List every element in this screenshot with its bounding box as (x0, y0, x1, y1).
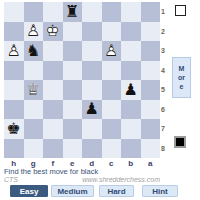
white-king-glyph: ♔ (43, 22, 63, 42)
black-pawn: ♟ (82, 100, 102, 120)
square-b4[interactable] (121, 61, 141, 81)
black-rook: ♜ (63, 2, 83, 22)
meta-row: CTS www.shredderchess.com (4, 176, 160, 183)
black-side-indicator (174, 136, 186, 148)
square-d6[interactable]: ♟ (82, 100, 102, 120)
square-h4[interactable] (4, 61, 24, 81)
more-button[interactable]: More (172, 57, 191, 98)
square-c7[interactable] (102, 119, 122, 139)
white-pawn: ♟♙ (24, 22, 44, 42)
square-g3[interactable]: ♞ (24, 41, 44, 61)
square-d5[interactable] (82, 80, 102, 100)
easy-button[interactable]: Easy (10, 185, 48, 197)
medium-button[interactable]: Medium (51, 185, 94, 197)
square-e1[interactable]: ♜ (63, 2, 83, 22)
hint-button-label: Hint (152, 187, 168, 196)
square-g6[interactable] (24, 100, 44, 120)
square-b1[interactable] (121, 2, 141, 22)
black-pawn-glyph: ♟ (82, 100, 102, 120)
rank-label-8: 8 (158, 139, 168, 159)
white-queen: ♛♕ (24, 80, 44, 100)
white-side-indicator (175, 5, 186, 16)
square-e4[interactable] (63, 61, 83, 81)
black-pawn: ♟ (121, 80, 141, 100)
square-g5[interactable]: ♛♕ (24, 80, 44, 100)
rank-label-7: 7 (158, 119, 168, 139)
square-f3[interactable] (43, 41, 63, 61)
square-e2[interactable] (63, 22, 83, 42)
rank-label-5: 5 (158, 80, 168, 100)
black-rook-glyph: ♜ (63, 2, 83, 22)
square-g7[interactable] (24, 119, 44, 139)
hint-button[interactable]: Hint (142, 185, 178, 197)
black-king-glyph: ♚ (4, 119, 24, 139)
white-pawn-glyph: ♙ (24, 22, 44, 42)
square-d2[interactable] (82, 22, 102, 42)
square-c6[interactable] (102, 100, 122, 120)
square-b7[interactable] (121, 119, 141, 139)
square-h7[interactable]: ♚ (4, 119, 24, 139)
square-c8[interactable] (102, 139, 122, 159)
rank-labels: 12345678 (158, 2, 168, 158)
square-d4[interactable] (82, 61, 102, 81)
square-g8[interactable] (24, 139, 44, 159)
chess-board: ♜♟♙♚♔♟♙♞♟♙♛♕♟♟♚ (4, 2, 160, 158)
square-e6[interactable] (63, 100, 83, 120)
square-e7[interactable] (63, 119, 83, 139)
square-d1[interactable] (82, 2, 102, 22)
black-pawn-glyph: ♟ (121, 80, 141, 100)
square-f2[interactable]: ♚♔ (43, 22, 63, 42)
square-h6[interactable] (4, 100, 24, 120)
white-pawn: ♟♙ (4, 41, 24, 61)
square-g2[interactable]: ♟♙ (24, 22, 44, 42)
black-knight: ♞ (24, 41, 44, 61)
square-b6[interactable] (121, 100, 141, 120)
square-d7[interactable] (82, 119, 102, 139)
square-c2[interactable] (102, 22, 122, 42)
square-h8[interactable] (4, 139, 24, 159)
more-button-label: More (178, 64, 186, 91)
easy-button-label: Easy (20, 187, 39, 196)
hard-button-label: Hard (107, 187, 125, 196)
square-e5[interactable] (63, 80, 83, 100)
square-c1[interactable] (102, 2, 122, 22)
square-b2[interactable] (121, 22, 141, 42)
square-e3[interactable] (63, 41, 83, 61)
white-king: ♚♔ (43, 22, 63, 42)
square-g1[interactable] (24, 2, 44, 22)
rank-label-2: 2 (158, 22, 168, 42)
square-h5[interactable] (4, 80, 24, 100)
square-c5[interactable] (102, 80, 122, 100)
white-queen-glyph: ♕ (24, 80, 44, 100)
source-label: CTS (4, 176, 18, 183)
black-knight-glyph: ♞ (24, 41, 44, 61)
square-d8[interactable] (82, 139, 102, 159)
square-b3[interactable] (121, 41, 141, 61)
white-pawn-glyph: ♙ (4, 41, 24, 61)
square-d3[interactable] (82, 41, 102, 61)
square-f1[interactable] (43, 2, 63, 22)
rank-label-3: 3 (158, 41, 168, 61)
white-pawn: ♟♙ (102, 41, 122, 61)
puzzle-prompt: Find the best move for black (4, 167, 194, 176)
square-h1[interactable] (4, 2, 24, 22)
white-pawn-glyph: ♙ (102, 41, 122, 61)
square-c3[interactable]: ♟♙ (102, 41, 122, 61)
site-link[interactable]: www.shredderchess.com (82, 176, 160, 183)
square-f7[interactable] (43, 119, 63, 139)
rank-label-6: 6 (158, 100, 168, 120)
square-f4[interactable] (43, 61, 63, 81)
square-f5[interactable] (43, 80, 63, 100)
medium-button-label: Medium (57, 187, 87, 196)
rank-label-4: 4 (158, 61, 168, 81)
square-b8[interactable] (121, 139, 141, 159)
square-f6[interactable] (43, 100, 63, 120)
square-f8[interactable] (43, 139, 63, 159)
square-b5[interactable]: ♟ (121, 80, 141, 100)
square-e8[interactable] (63, 139, 83, 159)
square-g4[interactable] (24, 61, 44, 81)
rank-label-1: 1 (158, 2, 168, 22)
square-h2[interactable] (4, 22, 24, 42)
black-king: ♚ (4, 119, 24, 139)
hard-button[interactable]: Hard (99, 185, 134, 197)
square-c4[interactable] (102, 61, 122, 81)
square-h3[interactable]: ♟♙ (4, 41, 24, 61)
